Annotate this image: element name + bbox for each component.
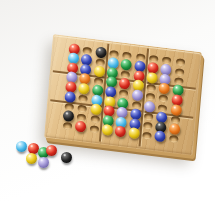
- empty-hole[interactable]: [146, 93, 156, 101]
- cell-r9c6[interactable]: [127, 128, 141, 139]
- loose-purple-marble[interactable]: [38, 157, 49, 168]
- yellow-marble[interactable]: [128, 127, 140, 139]
- loose-red-marble[interactable]: [46, 145, 57, 156]
- empty-hole[interactable]: [89, 125, 99, 133]
- red-marble[interactable]: [115, 126, 127, 138]
- empty-hole[interactable]: [144, 112, 154, 120]
- empty-hole[interactable]: [90, 115, 100, 123]
- empty-hole[interactable]: [79, 95, 89, 103]
- loose-cyan-marble[interactable]: [16, 141, 27, 152]
- cell-r9c1[interactable]: [61, 120, 75, 131]
- empty-hole[interactable]: [63, 122, 73, 130]
- empty-hole[interactable]: [159, 95, 169, 103]
- empty-hole[interactable]: [142, 131, 152, 139]
- blue-marble[interactable]: [155, 130, 167, 142]
- empty-hole[interactable]: [169, 135, 179, 143]
- empty-hole[interactable]: [147, 84, 157, 92]
- empty-hole[interactable]: [171, 116, 181, 124]
- product-photo-scene: [0, 0, 215, 214]
- empty-hole[interactable]: [176, 58, 186, 66]
- loose-red-marble[interactable]: [28, 143, 39, 154]
- yellow-marble[interactable]: [102, 124, 114, 136]
- cell-r9c8[interactable]: [153, 132, 167, 143]
- empty-hole[interactable]: [65, 103, 75, 111]
- empty-hole[interactable]: [119, 90, 129, 98]
- empty-hole[interactable]: [78, 104, 88, 112]
- colorku-board: [44, 34, 202, 156]
- loose-yellow-marble[interactable]: [26, 153, 37, 164]
- marble-grid: [61, 44, 188, 144]
- cell-r9c9[interactable]: [167, 133, 181, 144]
- cell-r9c2[interactable]: [74, 122, 88, 133]
- cell-r9c4[interactable]: [100, 125, 114, 136]
- empty-hole[interactable]: [143, 122, 153, 130]
- cell-r9c3[interactable]: [87, 123, 101, 134]
- red-marble[interactable]: [75, 121, 87, 133]
- cell-r9c7[interactable]: [140, 130, 154, 141]
- empty-hole[interactable]: [175, 68, 185, 76]
- loose-black-marble[interactable]: [61, 152, 72, 163]
- cell-r9c5[interactable]: [114, 127, 128, 138]
